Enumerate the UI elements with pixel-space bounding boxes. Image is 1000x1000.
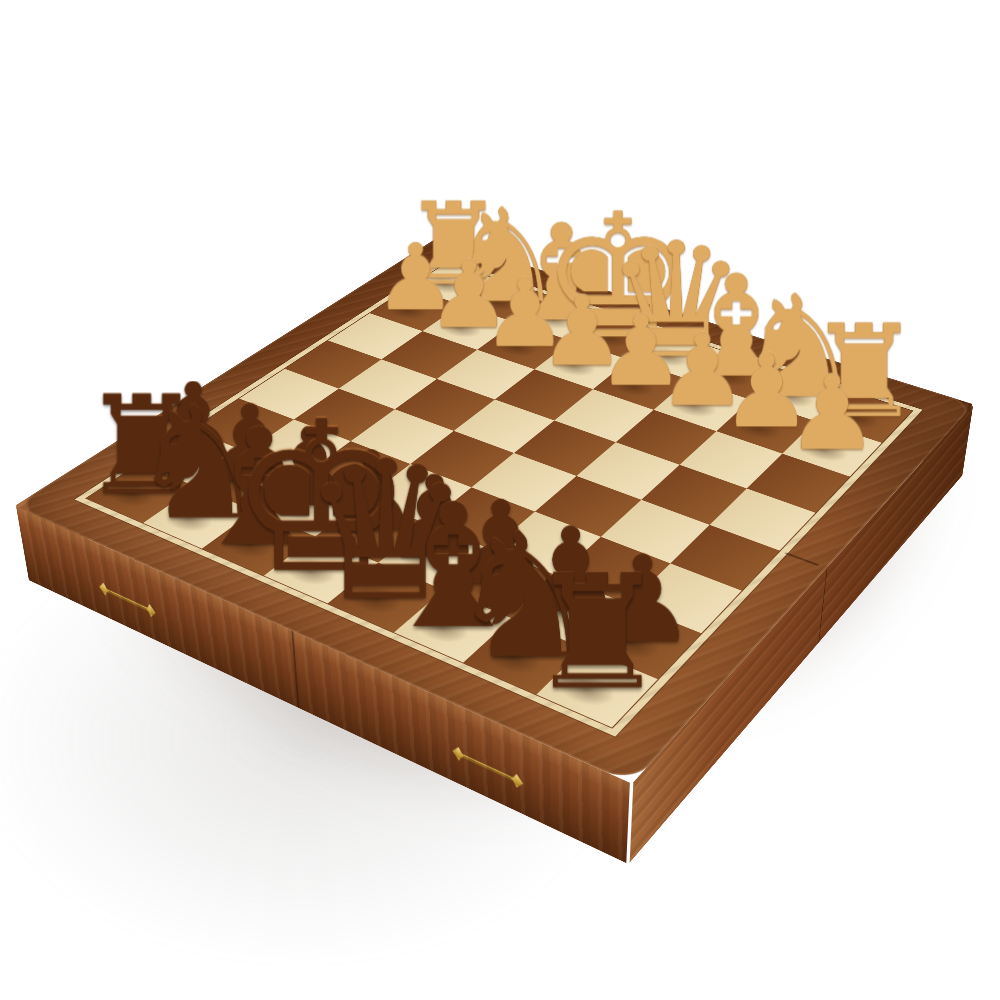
chess-box: ♜♞♝♛♚♝♞♜♟♟♟♟♟♟♟♟♟♟♟♟♟♟♟♟♜♞♝♛♚♝♞♜ xyxy=(15,238,974,784)
piece-black-rook-a8[interactable]: ♜ xyxy=(527,571,668,697)
brass-latch-2 xyxy=(98,581,156,620)
fold-seam-right xyxy=(818,567,827,644)
scene: ♜♞♝♛♚♝♞♜♟♟♟♟♟♟♟♟♟♟♟♟♟♟♟♟♜♞♝♛♚♝♞♜ xyxy=(0,0,1000,1000)
fold-seam-notch xyxy=(785,552,820,566)
page-background: { "game": "chess", "scene": "folding woo… xyxy=(0,0,1000,1000)
brass-latch-1 xyxy=(452,744,523,790)
fold-seam-front xyxy=(291,630,299,708)
